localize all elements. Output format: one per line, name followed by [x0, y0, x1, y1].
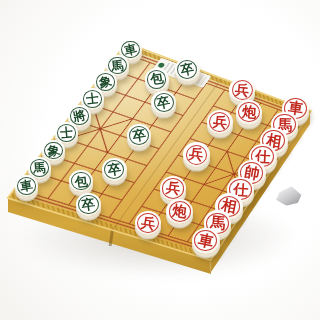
piece-character: 卒: [75, 192, 103, 218]
piece-character: 包: [68, 168, 95, 193]
piece-character: 包: [143, 66, 171, 92]
piece-character: 卒: [125, 122, 153, 149]
piece-green-soldier[interactable]: 卒: [76, 193, 101, 216]
piece-green-soldier[interactable]: 卒: [151, 91, 176, 114]
piece-character: 車: [189, 225, 222, 257]
piece-green-cannon[interactable]: 包: [69, 170, 93, 193]
piece-character: 卒: [149, 89, 177, 116]
piece-green-soldier[interactable]: 卒: [127, 124, 152, 147]
piece-red-soldier[interactable]: 兵: [207, 110, 233, 135]
piece-green-soldier[interactable]: 卒: [175, 58, 200, 81]
piece-character: 卒: [100, 156, 128, 183]
piece-green-cannon[interactable]: 包: [145, 68, 169, 91]
piece-red-soldier[interactable]: 兵: [183, 142, 209, 167]
piece-character: 車: [13, 173, 39, 198]
piece-character: 兵: [182, 141, 211, 169]
piece-red-soldier[interactable]: 兵: [135, 211, 161, 236]
piece-red-soldier[interactable]: 兵: [229, 78, 255, 103]
piece-red-cannon[interactable]: 炮: [166, 199, 193, 224]
piece-character: 炮: [165, 197, 195, 226]
piece-green-chariot[interactable]: 車: [15, 175, 38, 197]
piece-red-chariot[interactable]: 車: [192, 228, 220, 254]
piece-character: 兵: [205, 108, 234, 136]
piece-red-cannon[interactable]: 炮: [236, 100, 263, 125]
piece-character: 炮: [235, 98, 264, 125]
piece-green-soldier[interactable]: 卒: [102, 158, 127, 181]
metal-clasp-icon: [275, 184, 303, 209]
scene: 車馬卒包象兵士卒車炮將兵馬士卒相象兵仕馬卒帥包車兵仕卒相炮兵馬車: [0, 0, 320, 320]
piece-character: 兵: [133, 209, 163, 238]
